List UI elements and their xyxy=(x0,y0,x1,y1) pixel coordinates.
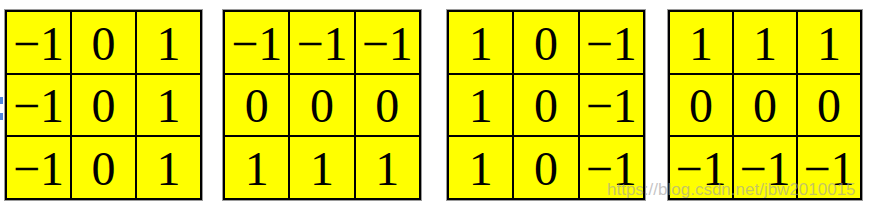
kernel-grid-4: 1 1 1 0 0 0 −1 −1 −1 xyxy=(668,10,862,200)
kernel-grid-3: 1 0 −1 1 0 −1 1 0 −1 xyxy=(447,10,645,200)
grid-cell: 0 xyxy=(514,12,577,73)
grid-cell: 1 xyxy=(225,137,288,198)
grid-cell: 1 xyxy=(670,12,732,73)
grid-cell: 0 xyxy=(670,75,732,136)
grid-cell: −1 xyxy=(7,137,70,198)
grid-cell: −1 xyxy=(798,137,860,198)
grid-cell: −1 xyxy=(225,12,288,73)
grid-cell: 1 xyxy=(290,137,353,198)
grid-cell: 1 xyxy=(137,75,200,136)
grid-cell: 1 xyxy=(449,12,512,73)
left-edge-artifact xyxy=(0,113,3,120)
grid-cell: −1 xyxy=(7,75,70,136)
figure-canvas: −1 0 1 −1 0 1 −1 0 1 −1 −1 −1 0 0 0 1 1 … xyxy=(0,0,870,208)
grid-cell: 1 xyxy=(798,12,860,73)
grid-cell: 1 xyxy=(137,12,200,73)
grid-cell: −1 xyxy=(356,12,419,73)
grid-cell: 0 xyxy=(514,75,577,136)
grid-cell: −1 xyxy=(734,137,796,198)
grid-cell: 0 xyxy=(72,137,135,198)
kernel-grid-1: −1 0 1 −1 0 1 −1 0 1 xyxy=(5,10,202,200)
grid-cell: 1 xyxy=(356,137,419,198)
grid-cell: 0 xyxy=(290,75,353,136)
grid-cell: −1 xyxy=(290,12,353,73)
grid-cell: −1 xyxy=(580,75,643,136)
grid-cell: −1 xyxy=(7,12,70,73)
grid-cell: 1 xyxy=(734,12,796,73)
grid-cell: 1 xyxy=(449,75,512,136)
grid-cell: 0 xyxy=(225,75,288,136)
left-edge-artifact xyxy=(0,97,3,104)
grid-cell: −1 xyxy=(580,12,643,73)
grid-cell: 0 xyxy=(356,75,419,136)
grid-cell: 0 xyxy=(514,137,577,198)
grid-cell: −1 xyxy=(580,137,643,198)
grid-cell: 1 xyxy=(137,137,200,198)
grid-cell: 0 xyxy=(734,75,796,136)
grid-cell: 0 xyxy=(72,75,135,136)
grid-cell: 1 xyxy=(449,137,512,198)
grid-cell: −1 xyxy=(670,137,732,198)
grid-cell: 0 xyxy=(72,12,135,73)
grid-cell: 0 xyxy=(798,75,860,136)
kernel-grid-2: −1 −1 −1 0 0 0 1 1 1 xyxy=(223,10,421,200)
